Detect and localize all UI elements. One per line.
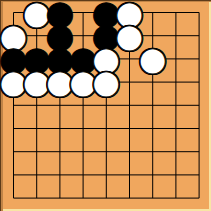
intersection[interactable]: ● bbox=[2, 47, 25, 70]
intersection[interactable] bbox=[25, 94, 48, 117]
intersection[interactable] bbox=[141, 163, 164, 186]
intersection[interactable] bbox=[25, 140, 48, 163]
intersection[interactable]: ● bbox=[71, 70, 94, 93]
intersection[interactable] bbox=[141, 117, 164, 140]
white-stone: ● bbox=[45, 70, 74, 93]
intersection[interactable]: ● bbox=[95, 24, 118, 47]
intersection[interactable] bbox=[95, 94, 118, 117]
white-stone: ● bbox=[22, 1, 51, 24]
intersection[interactable] bbox=[48, 163, 71, 186]
intersection[interactable] bbox=[164, 1, 187, 24]
intersection[interactable]: ● bbox=[95, 70, 118, 93]
intersection[interactable] bbox=[48, 117, 71, 140]
intersection[interactable] bbox=[187, 70, 210, 93]
white-stone: ● bbox=[22, 70, 51, 93]
black-stone: ● bbox=[69, 47, 98, 70]
intersection[interactable] bbox=[141, 70, 164, 93]
intersection[interactable] bbox=[141, 1, 164, 24]
intersection[interactable] bbox=[118, 94, 141, 117]
intersection[interactable] bbox=[2, 163, 25, 186]
intersection[interactable]: ● bbox=[95, 1, 118, 24]
intersection[interactable] bbox=[187, 117, 210, 140]
intersection[interactable] bbox=[164, 163, 187, 186]
go-board: ●●●●●●●●●●●●●●●●●●● bbox=[0, 0, 211, 211]
intersection[interactable]: ● bbox=[48, 1, 71, 24]
intersection[interactable] bbox=[141, 186, 164, 209]
intersection[interactable] bbox=[187, 186, 210, 209]
intersection[interactable] bbox=[25, 186, 48, 209]
intersection[interactable] bbox=[141, 140, 164, 163]
intersection[interactable] bbox=[25, 163, 48, 186]
intersection[interactable] bbox=[48, 94, 71, 117]
white-stone: ● bbox=[92, 70, 121, 93]
intersection[interactable] bbox=[164, 47, 187, 70]
intersection[interactable] bbox=[71, 186, 94, 209]
white-stone: ● bbox=[69, 70, 98, 93]
intersection[interactable] bbox=[187, 47, 210, 70]
intersection[interactable] bbox=[118, 163, 141, 186]
black-stone: ● bbox=[45, 1, 74, 24]
black-stone: ● bbox=[92, 24, 121, 47]
intersection[interactable]: ● bbox=[48, 70, 71, 93]
intersection[interactable] bbox=[164, 70, 187, 93]
white-stone: ● bbox=[0, 24, 28, 47]
intersection[interactable]: ● bbox=[95, 47, 118, 70]
intersection[interactable] bbox=[118, 117, 141, 140]
black-stone: ● bbox=[45, 47, 74, 70]
intersection[interactable]: ● bbox=[2, 70, 25, 93]
intersection[interactable]: ● bbox=[48, 24, 71, 47]
intersection[interactable] bbox=[71, 117, 94, 140]
intersection[interactable]: ● bbox=[25, 47, 48, 70]
board-intersections: ●●●●●●●●●●●●●●●●●●● bbox=[2, 1, 211, 210]
intersection[interactable] bbox=[164, 186, 187, 209]
intersection[interactable] bbox=[187, 163, 210, 186]
white-stone: ● bbox=[0, 70, 28, 93]
intersection[interactable] bbox=[118, 70, 141, 93]
intersection[interactable] bbox=[71, 24, 94, 47]
intersection[interactable] bbox=[141, 94, 164, 117]
intersection[interactable] bbox=[71, 140, 94, 163]
white-stone: ● bbox=[92, 47, 121, 70]
intersection[interactable] bbox=[71, 1, 94, 24]
intersection[interactable] bbox=[141, 24, 164, 47]
black-stone: ● bbox=[92, 1, 121, 24]
white-stone: ● bbox=[115, 24, 144, 47]
intersection[interactable]: ● bbox=[118, 24, 141, 47]
intersection[interactable] bbox=[25, 117, 48, 140]
black-stone: ● bbox=[0, 47, 28, 70]
intersection[interactable] bbox=[164, 140, 187, 163]
intersection[interactable]: ● bbox=[2, 24, 25, 47]
intersection[interactable]: ● bbox=[25, 1, 48, 24]
intersection[interactable] bbox=[2, 1, 25, 24]
white-stone: ● bbox=[115, 1, 144, 24]
intersection[interactable] bbox=[164, 94, 187, 117]
intersection[interactable] bbox=[25, 24, 48, 47]
intersection[interactable] bbox=[164, 117, 187, 140]
intersection[interactable] bbox=[164, 24, 187, 47]
intersection[interactable]: ● bbox=[141, 47, 164, 70]
intersection[interactable] bbox=[2, 140, 25, 163]
intersection[interactable]: ● bbox=[118, 1, 141, 24]
intersection[interactable] bbox=[2, 117, 25, 140]
intersection[interactable] bbox=[71, 94, 94, 117]
intersection[interactable]: ● bbox=[71, 47, 94, 70]
white-stone: ● bbox=[138, 47, 167, 70]
intersection[interactable] bbox=[118, 47, 141, 70]
intersection[interactable] bbox=[48, 186, 71, 209]
intersection[interactable] bbox=[187, 94, 210, 117]
intersection[interactable] bbox=[187, 24, 210, 47]
intersection[interactable] bbox=[187, 140, 210, 163]
intersection[interactable] bbox=[95, 163, 118, 186]
intersection[interactable]: ● bbox=[25, 70, 48, 93]
intersection[interactable] bbox=[95, 117, 118, 140]
black-stone: ● bbox=[45, 24, 74, 47]
intersection[interactable] bbox=[187, 1, 210, 24]
intersection[interactable] bbox=[2, 186, 25, 209]
intersection[interactable] bbox=[95, 186, 118, 209]
intersection[interactable] bbox=[118, 186, 141, 209]
intersection[interactable] bbox=[48, 140, 71, 163]
black-stone: ● bbox=[22, 47, 51, 70]
intersection[interactable] bbox=[118, 140, 141, 163]
intersection[interactable] bbox=[95, 140, 118, 163]
intersection[interactable]: ● bbox=[48, 47, 71, 70]
intersection[interactable] bbox=[71, 163, 94, 186]
intersection[interactable] bbox=[2, 94, 25, 117]
